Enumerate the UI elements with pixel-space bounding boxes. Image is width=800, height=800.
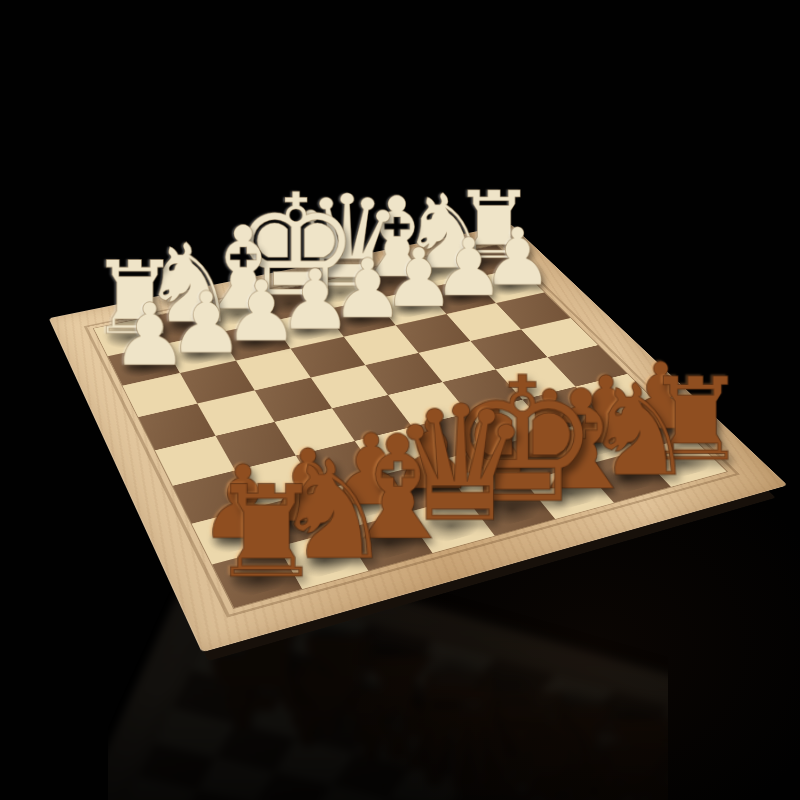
square-e4: [311, 786, 388, 800]
piece-shadow: [615, 749, 684, 783]
brown-king-piece: ♚: [438, 671, 607, 800]
photo-backdrop: ♜♞♝♚♛♝♞♜♟♟♟♟♟♟♟♟♟♟♟♟♟♟♟♟♜♞♝♛♚♝♞♜ ♜♞♝♚♛♝♞…: [0, 0, 800, 800]
square-d7: ♟: [438, 697, 524, 748]
piece-shadow: [560, 735, 629, 770]
brown-pawn-piece: ♟: [350, 693, 516, 785]
chessboard: ♜♞♝♚♛♝♞♜♟♟♟♟♟♟♟♟♟♟♟♟♟♟♟♟♜♞♝♛♚♝♞♜: [49, 224, 788, 652]
square-g5: [216, 724, 296, 773]
brown-knight-piece: ♞: [557, 703, 721, 800]
square-h4: [138, 744, 215, 791]
brown-pawn-piece: ♟: [410, 709, 573, 800]
square-c8: ♝: [524, 675, 614, 728]
brown-rook-piece[interactable]: ♜: [176, 474, 356, 594]
square-h6: [173, 670, 256, 723]
piece-shadow: [447, 704, 517, 741]
square-c7: ♟: [495, 713, 581, 762]
square-f5: [275, 738, 355, 785]
chessboard-scene: ♜♞♝♚♛♝♞♜♟♟♟♟♟♟♟♟♟♟♟♟♟♟♟♟♜♞♝♛♚♝♞♜: [108, 115, 668, 675]
square-a7: ♟: [605, 743, 691, 790]
piece-shadow: [534, 682, 606, 720]
piece-shadow: [647, 714, 718, 750]
square-g6: [235, 687, 318, 739]
square-f4: [255, 772, 332, 800]
square-e5: [332, 753, 412, 799]
brown-pawn-piece: ♟: [469, 724, 630, 800]
piece-shadow: [327, 672, 398, 711]
square-b8: ♞: [581, 691, 671, 742]
square-c5: [443, 781, 523, 800]
square-f6: [296, 703, 379, 753]
square-d6: [412, 733, 495, 781]
square-h5: [155, 708, 235, 758]
square-b7: ♟: [551, 728, 637, 776]
square-a6: [576, 776, 659, 800]
square-b6: [523, 762, 606, 800]
square-e6: [355, 718, 438, 767]
piece-shadow: [388, 688, 458, 726]
square-c6: [468, 748, 551, 794]
square-g4: [197, 758, 274, 800]
piece-shadow: [504, 720, 573, 756]
square-e7: ♟: [379, 681, 465, 733]
brown-queen-piece: ♛: [375, 654, 547, 800]
brown-pawn-piece: ♟: [287, 677, 455, 771]
brown-rook-piece: ♜: [614, 719, 776, 800]
square-d5: [388, 767, 468, 800]
square-h3: [123, 777, 198, 800]
square-b5: [496, 794, 576, 800]
brown-pawn-piece: ♟: [583, 753, 740, 800]
brown-pawn-piece: ♟: [527, 739, 686, 800]
piece-shadow: [591, 698, 663, 735]
square-g3: [180, 790, 255, 800]
square-a8: ♜: [637, 707, 726, 757]
brown-bishop-piece: ♝: [498, 687, 665, 800]
